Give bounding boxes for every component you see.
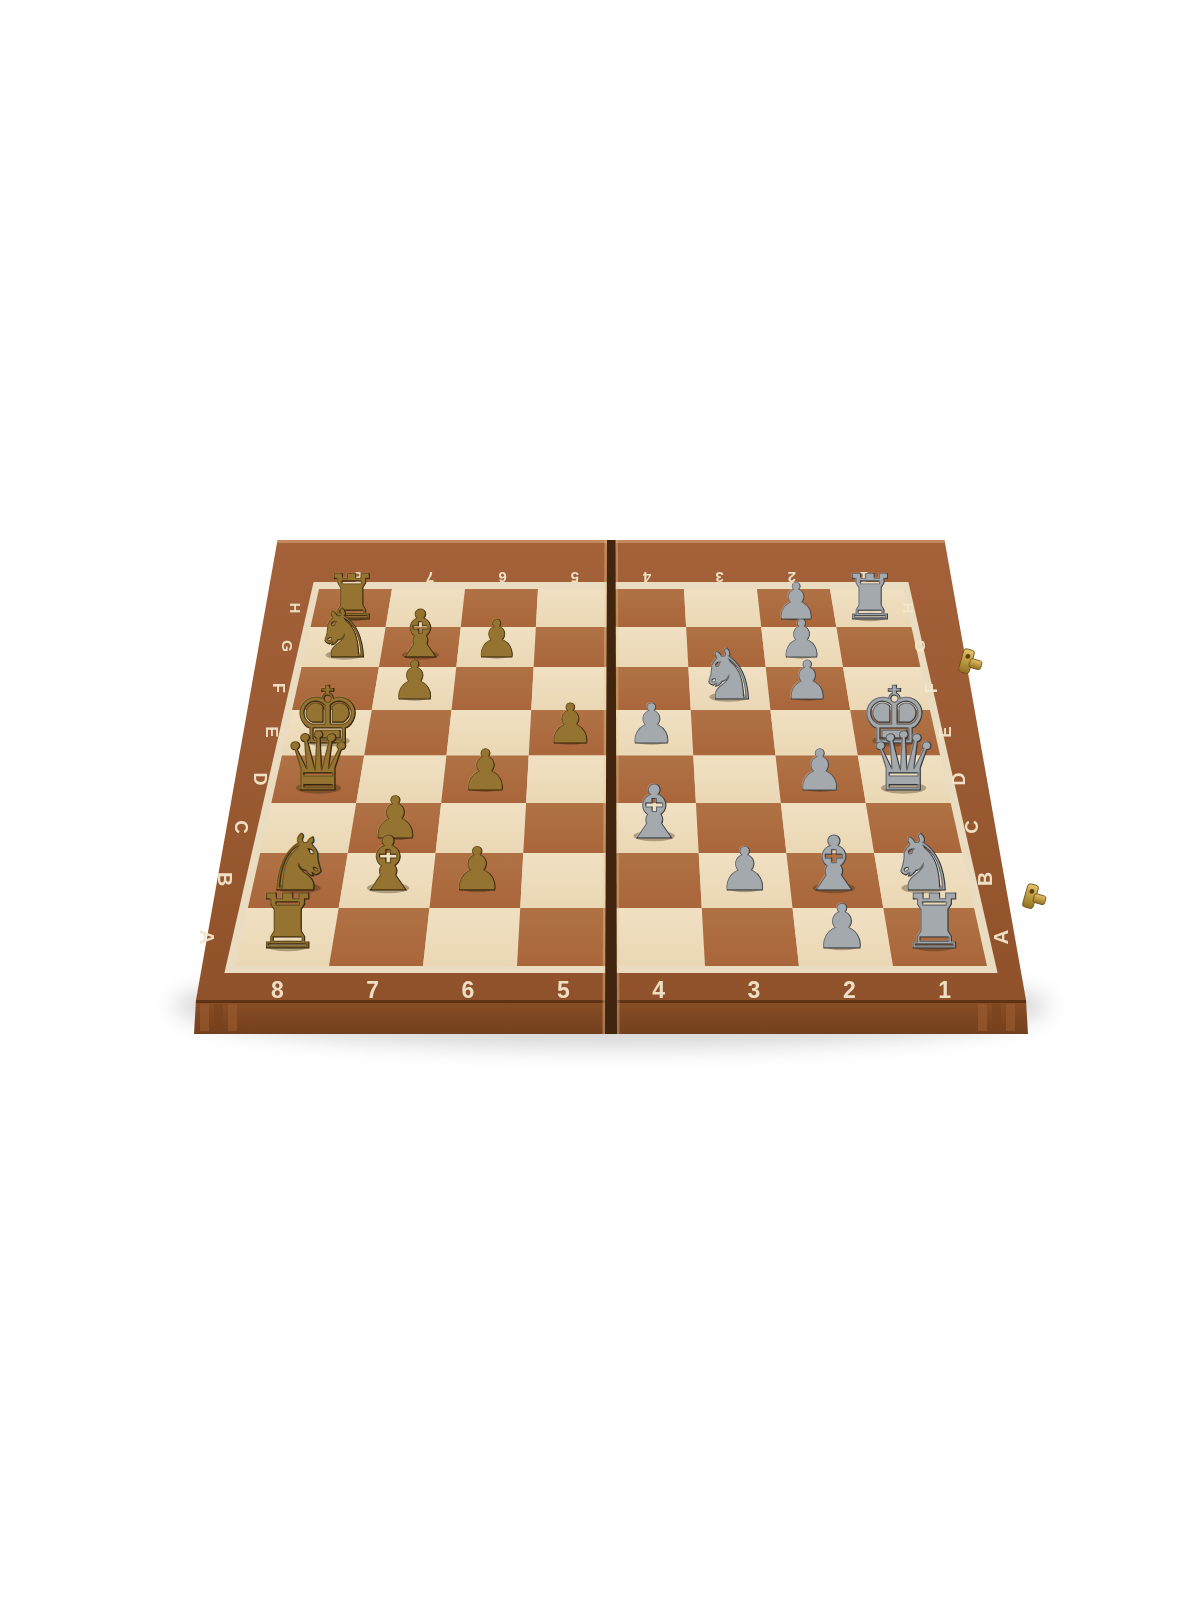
piece-white-knight-f3[interactable]: ♞♞ bbox=[697, 633, 760, 715]
finger-joint bbox=[1006, 1004, 1015, 1031]
rank-label-bottom-6: 6 bbox=[462, 977, 475, 1003]
square-b4[interactable] bbox=[611, 853, 702, 908]
square-e3[interactable] bbox=[691, 710, 776, 756]
rank-label-top-3: 3 bbox=[715, 569, 723, 586]
square-b5[interactable] bbox=[520, 853, 611, 908]
square-d3[interactable] bbox=[693, 756, 781, 804]
piece-glyph-sheen: ♟ bbox=[449, 834, 503, 903]
piece-black-queen-d8[interactable]: ♛♛ bbox=[281, 714, 355, 809]
piece-glyph-sheen: ♝ bbox=[620, 769, 686, 854]
piece-glyph-sheen: ♟ bbox=[794, 736, 845, 802]
file-label-right-H: H bbox=[900, 603, 916, 613]
piece-glyph-sheen: ♟ bbox=[717, 834, 771, 903]
piece-glyph-sheen: ♟ bbox=[545, 691, 594, 755]
square-g5[interactable] bbox=[534, 627, 611, 667]
square-c5[interactable] bbox=[523, 803, 611, 853]
file-label-right-A: A bbox=[989, 929, 1012, 944]
rank-label-top-7: 7 bbox=[426, 569, 434, 586]
piece-glyph-sheen: ♟ bbox=[472, 608, 519, 668]
rank-label-top-6: 6 bbox=[498, 569, 506, 586]
piece-glyph-sheen: ♟ bbox=[459, 736, 510, 802]
square-g4[interactable] bbox=[611, 627, 688, 667]
square-e7[interactable] bbox=[364, 710, 451, 756]
piece-glyph-sheen: ♜ bbox=[899, 877, 967, 965]
piece-white-pawn-a2[interactable]: ♟♟ bbox=[813, 890, 869, 962]
file-label-right-B: B bbox=[974, 872, 996, 886]
square-h5[interactable] bbox=[536, 589, 611, 627]
rank-label-bottom-1: 1 bbox=[938, 977, 951, 1003]
square-h3[interactable] bbox=[684, 589, 761, 627]
piece-black-knight-g8[interactable]: ♞♞ bbox=[313, 593, 375, 673]
hinge-gap bbox=[605, 540, 617, 1034]
file-label-left-D: D bbox=[250, 773, 270, 786]
finger-joint bbox=[214, 1004, 223, 1031]
piece-white-rook-a1[interactable]: ♜♜ bbox=[899, 877, 968, 966]
file-label-left-E: E bbox=[262, 726, 281, 737]
piece-glyph-sheen: ♝ bbox=[353, 819, 421, 907]
piece-white-pawn-d2[interactable]: ♟♟ bbox=[794, 736, 846, 803]
rank-label-bottom-5: 5 bbox=[557, 977, 570, 1003]
piece-white-pawn-e4[interactable]: ♟♟ bbox=[626, 691, 676, 756]
rank-label-top-5: 5 bbox=[571, 569, 579, 586]
piece-white-queen-d1[interactable]: ♛♛ bbox=[866, 714, 940, 809]
square-f6[interactable] bbox=[452, 667, 534, 710]
piece-black-pawn-g6[interactable]: ♟♟ bbox=[472, 608, 520, 669]
piece-glyph-sheen: ♞ bbox=[697, 633, 759, 714]
piece-glyph-sheen: ♛ bbox=[866, 714, 939, 808]
rank-label-bottom-8: 8 bbox=[271, 977, 284, 1003]
square-a5[interactable] bbox=[517, 908, 611, 966]
piece-glyph-sheen: ♜ bbox=[841, 560, 897, 633]
file-label-left-B: B bbox=[214, 872, 236, 886]
file-label-left-C: C bbox=[231, 820, 252, 834]
square-a6[interactable] bbox=[423, 908, 520, 966]
file-label-right-C: C bbox=[961, 820, 982, 834]
piece-glyph-sheen: ♞ bbox=[313, 593, 374, 672]
file-label-right-D: D bbox=[949, 772, 969, 785]
rank-label-bottom-4: 4 bbox=[652, 977, 665, 1003]
file-label-left-A: A bbox=[196, 930, 219, 945]
file-label-right-G: G bbox=[911, 640, 928, 652]
product-photo-scene: HHGGFFEEDDCCBBAA8877665544332211♜♜♟♟♜♜♞♞… bbox=[0, 0, 1200, 1600]
piece-black-bishop-b7[interactable]: ♝♝ bbox=[353, 819, 422, 908]
file-label-left-H: H bbox=[287, 603, 303, 613]
piece-black-pawn-f7[interactable]: ♟♟ bbox=[390, 648, 439, 712]
piece-white-rook-h1[interactable]: ♜♜ bbox=[841, 560, 898, 634]
square-d5[interactable] bbox=[526, 756, 611, 804]
finger-joint bbox=[228, 1004, 237, 1031]
rank-label-bottom-3: 3 bbox=[748, 977, 761, 1003]
square-a3[interactable] bbox=[702, 908, 799, 966]
piece-black-pawn-b6[interactable]: ♟♟ bbox=[449, 834, 504, 904]
piece-glyph-sheen: ♜ bbox=[253, 877, 321, 965]
chessboard-photo: HHGGFFEEDDCCBBAA8877665544332211♜♜♟♟♜♜♞♞… bbox=[0, 0, 1200, 1600]
piece-white-pawn-b3[interactable]: ♟♟ bbox=[717, 834, 772, 904]
rank-label-top-4: 4 bbox=[642, 569, 651, 586]
rank-label-bottom-7: 7 bbox=[366, 977, 379, 1003]
square-a4[interactable] bbox=[611, 908, 705, 966]
finger-joint bbox=[992, 1004, 1001, 1031]
brass-clasp-lower-right bbox=[1022, 883, 1049, 912]
file-label-left-G: G bbox=[279, 640, 296, 652]
piece-black-pawn-e5[interactable]: ♟♟ bbox=[545, 691, 595, 756]
piece-glyph-sheen: ♟ bbox=[626, 691, 675, 755]
finger-joint bbox=[200, 1004, 209, 1031]
file-label-left-F: F bbox=[270, 683, 288, 693]
square-h4[interactable] bbox=[611, 589, 686, 627]
piece-black-pawn-d6[interactable]: ♟♟ bbox=[459, 736, 511, 803]
piece-white-bishop-c4[interactable]: ♝♝ bbox=[620, 769, 687, 855]
square-a7[interactable] bbox=[329, 908, 429, 966]
piece-glyph-sheen: ♟ bbox=[782, 648, 830, 711]
piece-glyph-sheen: ♟ bbox=[390, 648, 438, 711]
piece-glyph-sheen: ♛ bbox=[281, 714, 354, 808]
piece-black-rook-a8[interactable]: ♜♜ bbox=[253, 877, 322, 966]
rank-label-bottom-2: 2 bbox=[843, 977, 856, 1003]
finger-joint bbox=[978, 1004, 987, 1031]
piece-white-pawn-f2[interactable]: ♟♟ bbox=[782, 648, 831, 712]
piece-glyph-sheen: ♟ bbox=[813, 890, 868, 961]
